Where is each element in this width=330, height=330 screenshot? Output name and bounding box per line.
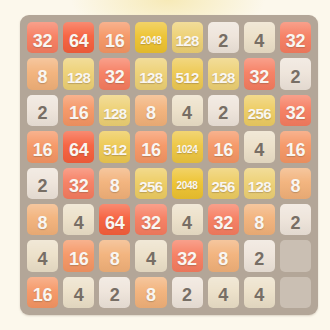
tile-value: 32	[250, 68, 269, 86]
tile-8: 8	[135, 277, 166, 308]
tile-value: 32	[213, 214, 232, 232]
tile-value: 2	[218, 32, 228, 50]
tile-value: 16	[33, 286, 52, 304]
tile-value: 2	[38, 177, 48, 195]
tile-value: 8	[110, 177, 120, 195]
tile-value: 4	[74, 286, 84, 304]
tile-value: 32	[69, 177, 88, 195]
tile-16: 16	[280, 131, 311, 162]
tile-32: 32	[244, 58, 275, 89]
tile-value: 32	[33, 32, 52, 50]
tile-4: 4	[244, 131, 275, 162]
tile-2: 2	[208, 95, 239, 126]
tile-value: 2	[182, 286, 192, 304]
tile-16: 16	[27, 131, 58, 162]
tile-value: 32	[286, 104, 305, 122]
tile-2048: 2048	[172, 168, 203, 199]
tile-512: 512	[172, 58, 203, 89]
tile-8: 8	[280, 168, 311, 199]
tile-4: 4	[135, 240, 166, 271]
tile-value: 32	[105, 68, 124, 86]
tile-4: 4	[63, 277, 94, 308]
tile-32: 32	[27, 22, 58, 53]
tile-value: 2	[290, 68, 300, 86]
tile-16: 16	[27, 277, 58, 308]
tile-value: 64	[105, 214, 124, 232]
tile-value: 4	[74, 214, 84, 232]
tile-value: 4	[146, 250, 156, 268]
tile-value: 2	[38, 104, 48, 122]
tile-value: 16	[213, 141, 232, 159]
tile-2: 2	[27, 95, 58, 126]
tile-value: 128	[67, 70, 90, 85]
empty-cell	[280, 240, 311, 271]
tile-value: 2	[290, 214, 300, 232]
tile-4: 4	[172, 204, 203, 235]
tile-32: 32	[135, 204, 166, 235]
tile-4: 4	[244, 277, 275, 308]
tile-value: 64	[69, 32, 88, 50]
tile-value: 256	[248, 106, 271, 121]
tile-value: 16	[141, 141, 160, 159]
tile-value: 64	[69, 141, 88, 159]
tile-64: 64	[99, 204, 130, 235]
tile-value: 4	[218, 286, 228, 304]
tile-8: 8	[27, 58, 58, 89]
tile-value: 128	[248, 179, 271, 194]
tile-256: 256	[244, 95, 275, 126]
empty-cell	[280, 277, 311, 308]
tile-value: 2	[254, 250, 264, 268]
tile-value: 4	[254, 141, 264, 159]
tile-32: 32	[280, 95, 311, 126]
tile-16: 16	[208, 131, 239, 162]
tile-128: 128	[244, 168, 275, 199]
tile-value: 8	[146, 104, 156, 122]
tile-128: 128	[135, 58, 166, 89]
tile-128: 128	[63, 58, 94, 89]
tile-value: 32	[177, 250, 196, 268]
tile-64: 64	[63, 22, 94, 53]
tile-value: 128	[139, 70, 162, 85]
tile-1024: 1024	[172, 131, 203, 162]
tile-4: 4	[172, 95, 203, 126]
tile-8: 8	[27, 204, 58, 235]
tile-value: 8	[290, 177, 300, 195]
tile-16: 16	[99, 22, 130, 53]
tile-value: 16	[33, 141, 52, 159]
tile-value: 2048	[140, 36, 161, 46]
tile-value: 128	[175, 33, 198, 48]
tile-value: 512	[175, 70, 198, 85]
tile-2: 2	[244, 240, 275, 271]
tile-4: 4	[208, 277, 239, 308]
tile-value: 1024	[177, 145, 198, 155]
tile-2: 2	[280, 204, 311, 235]
tile-16: 16	[63, 95, 94, 126]
tile-value: 32	[141, 214, 160, 232]
tile-value: 16	[69, 104, 88, 122]
tile-64: 64	[63, 131, 94, 162]
tile-value: 512	[103, 142, 126, 157]
tile-value: 256	[139, 179, 162, 194]
tile-2: 2	[172, 277, 203, 308]
tile-value: 8	[146, 286, 156, 304]
tile-value: 4	[38, 250, 48, 268]
tile-512: 512	[99, 131, 130, 162]
tile-4: 4	[63, 204, 94, 235]
tile-value: 16	[105, 32, 124, 50]
tile-128: 128	[208, 58, 239, 89]
tile-32: 32	[172, 240, 203, 271]
tile-value: 4	[182, 214, 192, 232]
tile-value: 8	[38, 68, 48, 86]
tile-256: 256	[135, 168, 166, 199]
tile-value: 4	[254, 32, 264, 50]
tile-4: 4	[244, 22, 275, 53]
tile-value: 32	[286, 32, 305, 50]
tile-value: 8	[38, 214, 48, 232]
tile-value: 2	[218, 104, 228, 122]
tile-8: 8	[208, 240, 239, 271]
tile-2048: 2048	[135, 22, 166, 53]
tile-value: 128	[103, 106, 126, 121]
tile-8: 8	[135, 95, 166, 126]
tile-2: 2	[208, 22, 239, 53]
tile-value: 8	[110, 250, 120, 268]
tile-32: 32	[208, 204, 239, 235]
tile-8: 8	[99, 240, 130, 271]
tile-value: 2048	[177, 181, 198, 191]
tile-value: 128	[212, 70, 235, 85]
tile-value: 256	[212, 179, 235, 194]
board[interactable]: 3264162048128243281283212851212832221612…	[20, 15, 318, 315]
tile-value: 16	[286, 141, 305, 159]
tile-128: 128	[99, 95, 130, 126]
tile-value: 2	[110, 286, 120, 304]
tile-2: 2	[280, 58, 311, 89]
tile-2: 2	[99, 277, 130, 308]
tile-256: 256	[208, 168, 239, 199]
tile-value: 8	[218, 250, 228, 268]
tile-8: 8	[244, 204, 275, 235]
tile-16: 16	[135, 131, 166, 162]
tile-value: 8	[254, 214, 264, 232]
tile-32: 32	[280, 22, 311, 53]
tile-32: 32	[99, 58, 130, 89]
tile-32: 32	[63, 168, 94, 199]
tile-value: 4	[254, 286, 264, 304]
tile-value: 16	[69, 250, 88, 268]
tile-4: 4	[27, 240, 58, 271]
tile-16: 16	[63, 240, 94, 271]
tile-8: 8	[99, 168, 130, 199]
tile-128: 128	[172, 22, 203, 53]
tile-value: 4	[182, 104, 192, 122]
tile-2: 2	[27, 168, 58, 199]
